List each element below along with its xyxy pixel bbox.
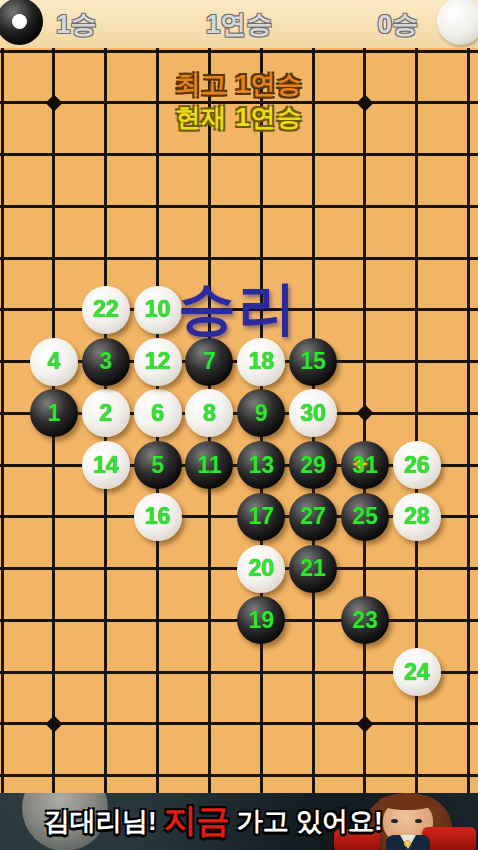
move-number: 17 xyxy=(248,503,274,530)
move-number: 6 xyxy=(151,400,164,427)
grid-hline xyxy=(0,774,478,777)
grid-hline xyxy=(0,50,478,53)
white-win-count: 0승 xyxy=(378,7,418,42)
character-eye xyxy=(415,819,422,823)
white-stone-move-4: 4 xyxy=(30,338,78,386)
move-number: 29 xyxy=(300,452,326,479)
black-stone-move-27: 27 xyxy=(289,493,337,541)
ad-text-part1: 김대리님! xyxy=(44,804,157,839)
app-screen: 1승 1연승 0승 최고 1연승 현재 1연승 1234567891011121… xyxy=(0,0,478,850)
grid-vline xyxy=(467,48,470,793)
character-bangs xyxy=(378,794,436,810)
move-number: 21 xyxy=(300,555,326,582)
move-number: 15 xyxy=(300,348,326,375)
move-number: 18 xyxy=(248,348,274,375)
white-stone-move-24: 24 xyxy=(393,648,441,696)
black-stone-move-1: 1 xyxy=(30,389,78,437)
grid-hline xyxy=(0,153,478,156)
move-number: 31 xyxy=(352,452,378,479)
white-stone-move-30: 30 xyxy=(289,389,337,437)
black-stone-move-23: 23 xyxy=(341,596,389,644)
black-stone-move-25: 25 xyxy=(341,493,389,541)
status-bar: 1승 1연승 0승 xyxy=(0,0,478,48)
white-stone-move-28: 28 xyxy=(393,493,441,541)
move-number: 7 xyxy=(203,348,216,375)
white-stone-move-14: 14 xyxy=(82,441,130,489)
white-stone-move-2: 2 xyxy=(82,389,130,437)
grid-hline xyxy=(0,205,478,208)
grid-hline xyxy=(0,257,478,260)
white-stone-move-26: 26 xyxy=(393,441,441,489)
black-stone-move-19: 19 xyxy=(237,596,285,644)
star-point xyxy=(45,715,62,732)
move-number: 2 xyxy=(99,400,112,427)
move-number: 13 xyxy=(248,452,274,479)
ad-text: 김대리님! 지금 가고 있어요! xyxy=(44,793,383,850)
move-number: 25 xyxy=(352,503,378,530)
best-streak-label: 최고 1연승 xyxy=(0,68,478,101)
move-number: 28 xyxy=(404,503,430,530)
black-stone-move-9: 9 xyxy=(237,389,285,437)
black-stone-move-21: 21 xyxy=(289,545,337,593)
black-stone-move-17: 17 xyxy=(237,493,285,541)
black-stone-move-29: 29 xyxy=(289,441,337,489)
white-stone-move-16: 16 xyxy=(134,493,182,541)
move-number: 5 xyxy=(151,452,164,479)
move-number: 3 xyxy=(99,348,112,375)
move-number: 16 xyxy=(145,503,171,530)
white-stone-move-8: 8 xyxy=(185,389,233,437)
ad-banner[interactable]: 김대리님! 지금 가고 있어요! xyxy=(0,793,478,850)
victory-banner: 승리 xyxy=(178,270,298,348)
move-number: 19 xyxy=(248,607,274,634)
move-number: 27 xyxy=(300,503,326,530)
ad-text-part2: 지금 xyxy=(164,799,230,844)
character-armor-shoulder xyxy=(422,827,476,850)
star-point xyxy=(356,405,373,422)
move-number: 20 xyxy=(248,555,274,582)
grid-hline xyxy=(0,722,478,725)
move-number: 9 xyxy=(255,400,268,427)
move-number: 24 xyxy=(404,659,430,686)
black-stone-move-3: 3 xyxy=(82,338,130,386)
move-number: 23 xyxy=(352,607,378,634)
black-stone-move-11: 11 xyxy=(185,441,233,489)
move-number: 11 xyxy=(197,452,221,479)
white-stone-move-12: 12 xyxy=(134,338,182,386)
move-number: 12 xyxy=(145,348,171,375)
white-stone-move-20: 20 xyxy=(237,545,285,593)
black-stone-move-5: 5 xyxy=(134,441,182,489)
black-stone-move-13: 13 xyxy=(237,441,285,489)
character-pendant xyxy=(404,840,411,847)
white-player-stone-icon xyxy=(437,0,478,45)
grid-vline xyxy=(1,48,4,793)
move-number: 30 xyxy=(300,400,326,427)
white-stone-move-6: 6 xyxy=(134,389,182,437)
move-number: 4 xyxy=(47,348,60,375)
character-eye xyxy=(391,819,398,823)
current-streak-label: 현재 1연승 xyxy=(0,101,478,134)
game-board[interactable]: 최고 1연승 현재 1연승 12345678910111213141516171… xyxy=(0,48,478,793)
move-number: 14 xyxy=(93,452,119,479)
ad-text-part3: 가고 있어요! xyxy=(237,804,383,839)
black-stone-move-31: ✦31 xyxy=(341,441,389,489)
star-point xyxy=(356,715,373,732)
move-number: 8 xyxy=(203,400,216,427)
move-number: 10 xyxy=(145,296,171,323)
move-number: 22 xyxy=(93,296,119,323)
white-stone-move-22: 22 xyxy=(82,286,130,334)
white-stone-move-10: 10 xyxy=(134,286,182,334)
move-number: 26 xyxy=(404,452,430,479)
move-number: 1 xyxy=(47,400,60,427)
